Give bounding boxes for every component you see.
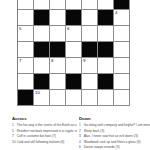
grid-cell[interactable] — [66, 58, 82, 74]
grid-cell[interactable] — [82, 90, 98, 106]
cell-number: 10 — [35, 90, 40, 95]
grid-cell[interactable] — [66, 42, 82, 58]
down-header: Down — [79, 116, 150, 121]
grid-cell[interactable]: 1 — [18, 0, 34, 10]
clue-number: 10 — [12, 140, 16, 146]
grid-cell[interactable] — [34, 0, 50, 10]
grid-cell[interactable] — [82, 26, 98, 42]
black-cell — [98, 42, 114, 58]
grid-cell[interactable]: 2 — [50, 0, 66, 10]
down-clues-list: 1Go along with company and helpful? I am… — [79, 123, 150, 150]
grid-cell[interactable] — [34, 26, 50, 42]
crossword-page: { "game": "crossword", "position": { "ro… — [0, 0, 150, 150]
black-cell — [66, 74, 82, 90]
grid-cell[interactable] — [82, 10, 98, 26]
grid-cell[interactable] — [114, 74, 130, 90]
grid-cell[interactable]: 9 — [82, 58, 98, 74]
black-cell — [34, 74, 50, 90]
black-cell — [98, 10, 114, 26]
grid-cell[interactable]: 8 — [50, 58, 66, 74]
black-cell — [50, 42, 66, 58]
across-clue: 10Cold and still following fashion (6) — [12, 140, 77, 146]
cell-number: 8 — [51, 58, 53, 63]
grid-cell[interactable] — [98, 0, 114, 10]
grid-cell[interactable] — [50, 90, 66, 106]
grid-cell[interactable] — [114, 42, 130, 58]
grid-cell[interactable] — [98, 58, 114, 74]
cell-number: 6 — [67, 26, 69, 31]
cell-number: 4 — [115, 10, 117, 15]
grid-cell[interactable] — [50, 74, 66, 90]
grid-cell[interactable] — [98, 26, 114, 42]
black-cell — [34, 42, 50, 58]
down-clues-column: Down 1Go along with company and helpful?… — [79, 116, 150, 150]
clue-text: Doctor swaps errands (3) — [84, 145, 120, 150]
across-clues-column: Across 1The fun way is the centre of the… — [12, 116, 77, 145]
grid-cell[interactable]: 5 — [18, 26, 34, 42]
grid-cell[interactable]: 7 — [18, 58, 34, 74]
across-clues-list: 1The fun way is the centre of the Earth … — [12, 123, 77, 145]
cell-number: 5 — [19, 26, 21, 31]
across-header: Across — [12, 116, 77, 121]
crossword-grid: 12345678910 — [17, 0, 130, 106]
grid-cell[interactable] — [18, 10, 34, 26]
down-clue: 6Doctor swaps errands (3) — [79, 145, 150, 150]
grid-cell[interactable]: 6 — [66, 26, 82, 42]
grid-cell[interactable] — [114, 26, 130, 42]
grid-cell[interactable] — [50, 26, 66, 42]
black-cell — [82, 42, 98, 58]
grid-cell[interactable] — [114, 58, 130, 74]
grid-cell[interactable] — [82, 74, 98, 90]
grid-cell[interactable] — [34, 58, 50, 74]
grid-cell[interactable] — [66, 0, 82, 10]
clues-section: Across 1The fun way is the centre of the… — [0, 116, 150, 150]
cell-number: 9 — [83, 58, 85, 63]
black-cell — [34, 10, 50, 26]
black-cell — [18, 90, 34, 106]
grid-cell[interactable]: 3 — [82, 0, 98, 10]
clue-text: Cold and still following fashion (6) — [17, 140, 64, 146]
grid-cell[interactable] — [114, 90, 130, 106]
cell-number: 7 — [19, 58, 21, 63]
black-cell — [66, 10, 82, 26]
grid-cell[interactable] — [18, 74, 34, 90]
clue-number: 6 — [79, 145, 83, 150]
grid-cell[interactable]: 10 — [34, 90, 50, 106]
grid-cell[interactable] — [98, 90, 114, 106]
grid-cell[interactable]: 4 — [114, 10, 130, 26]
black-cell — [98, 74, 114, 90]
black-cell — [114, 0, 130, 10]
grid-cell[interactable] — [18, 42, 34, 58]
grid-cell[interactable] — [66, 90, 82, 106]
grid-cell[interactable] — [50, 10, 66, 26]
